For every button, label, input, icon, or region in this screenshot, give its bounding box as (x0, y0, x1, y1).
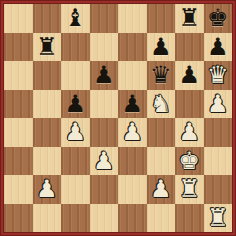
square-d6[interactable]: ♟ (90, 61, 119, 90)
square-e1[interactable] (118, 204, 147, 233)
square-d4[interactable] (90, 118, 119, 147)
square-b6[interactable] (33, 61, 62, 90)
square-a8[interactable] (4, 4, 33, 33)
square-g2[interactable]: ♜ (175, 175, 204, 204)
square-e7[interactable] (118, 33, 147, 62)
square-b1[interactable] (33, 204, 62, 233)
square-d1[interactable] (90, 204, 119, 233)
white-rook-g2[interactable]: ♜ (178, 175, 200, 203)
square-a2[interactable] (4, 175, 33, 204)
square-a1[interactable] (4, 204, 33, 233)
black-king-h8[interactable]: ♚ (207, 4, 229, 32)
white-pawn-e4[interactable]: ♟ (121, 118, 143, 146)
square-c1[interactable] (61, 204, 90, 233)
square-e4[interactable]: ♟ (118, 118, 147, 147)
square-b2[interactable]: ♟ (33, 175, 62, 204)
black-pawn-g6[interactable]: ♟ (178, 61, 200, 89)
square-h1[interactable]: ♜ (204, 204, 233, 233)
square-f7[interactable]: ♟ (147, 33, 176, 62)
square-e8[interactable] (118, 4, 147, 33)
black-rook-g8[interactable]: ♜ (178, 4, 200, 32)
square-g5[interactable] (175, 90, 204, 119)
chess-board-frame: ♝♜♚♜♟♟♟♛♟♛♟♟♞♟♟♟♟♟♚♟♟♜♜ (0, 0, 236, 236)
square-a6[interactable] (4, 61, 33, 90)
square-h4[interactable] (204, 118, 233, 147)
white-pawn-b2[interactable]: ♟ (36, 175, 58, 203)
square-e3[interactable] (118, 147, 147, 176)
square-c8[interactable]: ♝ (61, 4, 90, 33)
white-pawn-d3[interactable]: ♟ (93, 147, 115, 175)
square-g3[interactable]: ♚ (175, 147, 204, 176)
square-a4[interactable] (4, 118, 33, 147)
square-e6[interactable] (118, 61, 147, 90)
square-h3[interactable] (204, 147, 233, 176)
square-h2[interactable] (204, 175, 233, 204)
white-pawn-f2[interactable]: ♟ (150, 175, 172, 203)
white-pawn-g4[interactable]: ♟ (178, 118, 200, 146)
white-pawn-h5[interactable]: ♟ (207, 90, 229, 118)
square-g7[interactable] (175, 33, 204, 62)
square-b5[interactable] (33, 90, 62, 119)
square-b4[interactable] (33, 118, 62, 147)
black-queen-f6[interactable]: ♛ (150, 61, 172, 89)
square-a3[interactable] (4, 147, 33, 176)
square-d8[interactable] (90, 4, 119, 33)
white-rook-h1[interactable]: ♜ (207, 204, 229, 232)
square-g1[interactable] (175, 204, 204, 233)
square-g4[interactable]: ♟ (175, 118, 204, 147)
square-d3[interactable]: ♟ (90, 147, 119, 176)
square-a5[interactable] (4, 90, 33, 119)
square-e2[interactable] (118, 175, 147, 204)
white-king-g3[interactable]: ♚ (178, 147, 200, 175)
black-pawn-d6[interactable]: ♟ (93, 61, 115, 89)
black-pawn-f7[interactable]: ♟ (150, 33, 172, 61)
square-b7[interactable]: ♜ (33, 33, 62, 62)
black-rook-b7[interactable]: ♜ (36, 33, 58, 61)
square-f1[interactable] (147, 204, 176, 233)
square-c6[interactable] (61, 61, 90, 90)
square-g6[interactable]: ♟ (175, 61, 204, 90)
white-knight-f5[interactable]: ♞ (150, 90, 172, 118)
square-b3[interactable] (33, 147, 62, 176)
square-c2[interactable] (61, 175, 90, 204)
square-d5[interactable] (90, 90, 119, 119)
black-bishop-c8[interactable]: ♝ (64, 4, 86, 32)
square-f2[interactable]: ♟ (147, 175, 176, 204)
square-c4[interactable]: ♟ (61, 118, 90, 147)
square-c3[interactable] (61, 147, 90, 176)
square-h6[interactable]: ♛ (204, 61, 233, 90)
black-pawn-h7[interactable]: ♟ (207, 33, 229, 61)
square-f8[interactable] (147, 4, 176, 33)
square-h8[interactable]: ♚ (204, 4, 233, 33)
square-f5[interactable]: ♞ (147, 90, 176, 119)
black-pawn-e5[interactable]: ♟ (121, 90, 143, 118)
square-f6[interactable]: ♛ (147, 61, 176, 90)
white-queen-h6[interactable]: ♛ (207, 61, 229, 89)
white-pawn-c4[interactable]: ♟ (64, 118, 86, 146)
square-a7[interactable] (4, 33, 33, 62)
square-d2[interactable] (90, 175, 119, 204)
black-pawn-c5[interactable]: ♟ (64, 90, 86, 118)
square-e5[interactable]: ♟ (118, 90, 147, 119)
square-f4[interactable] (147, 118, 176, 147)
square-c7[interactable] (61, 33, 90, 62)
square-d7[interactable] (90, 33, 119, 62)
square-f3[interactable] (147, 147, 176, 176)
square-b8[interactable] (33, 4, 62, 33)
square-h5[interactable]: ♟ (204, 90, 233, 119)
square-c5[interactable]: ♟ (61, 90, 90, 119)
square-h7[interactable]: ♟ (204, 33, 233, 62)
square-g8[interactable]: ♜ (175, 4, 204, 33)
chess-board: ♝♜♚♜♟♟♟♛♟♛♟♟♞♟♟♟♟♟♚♟♟♜♜ (4, 4, 232, 232)
